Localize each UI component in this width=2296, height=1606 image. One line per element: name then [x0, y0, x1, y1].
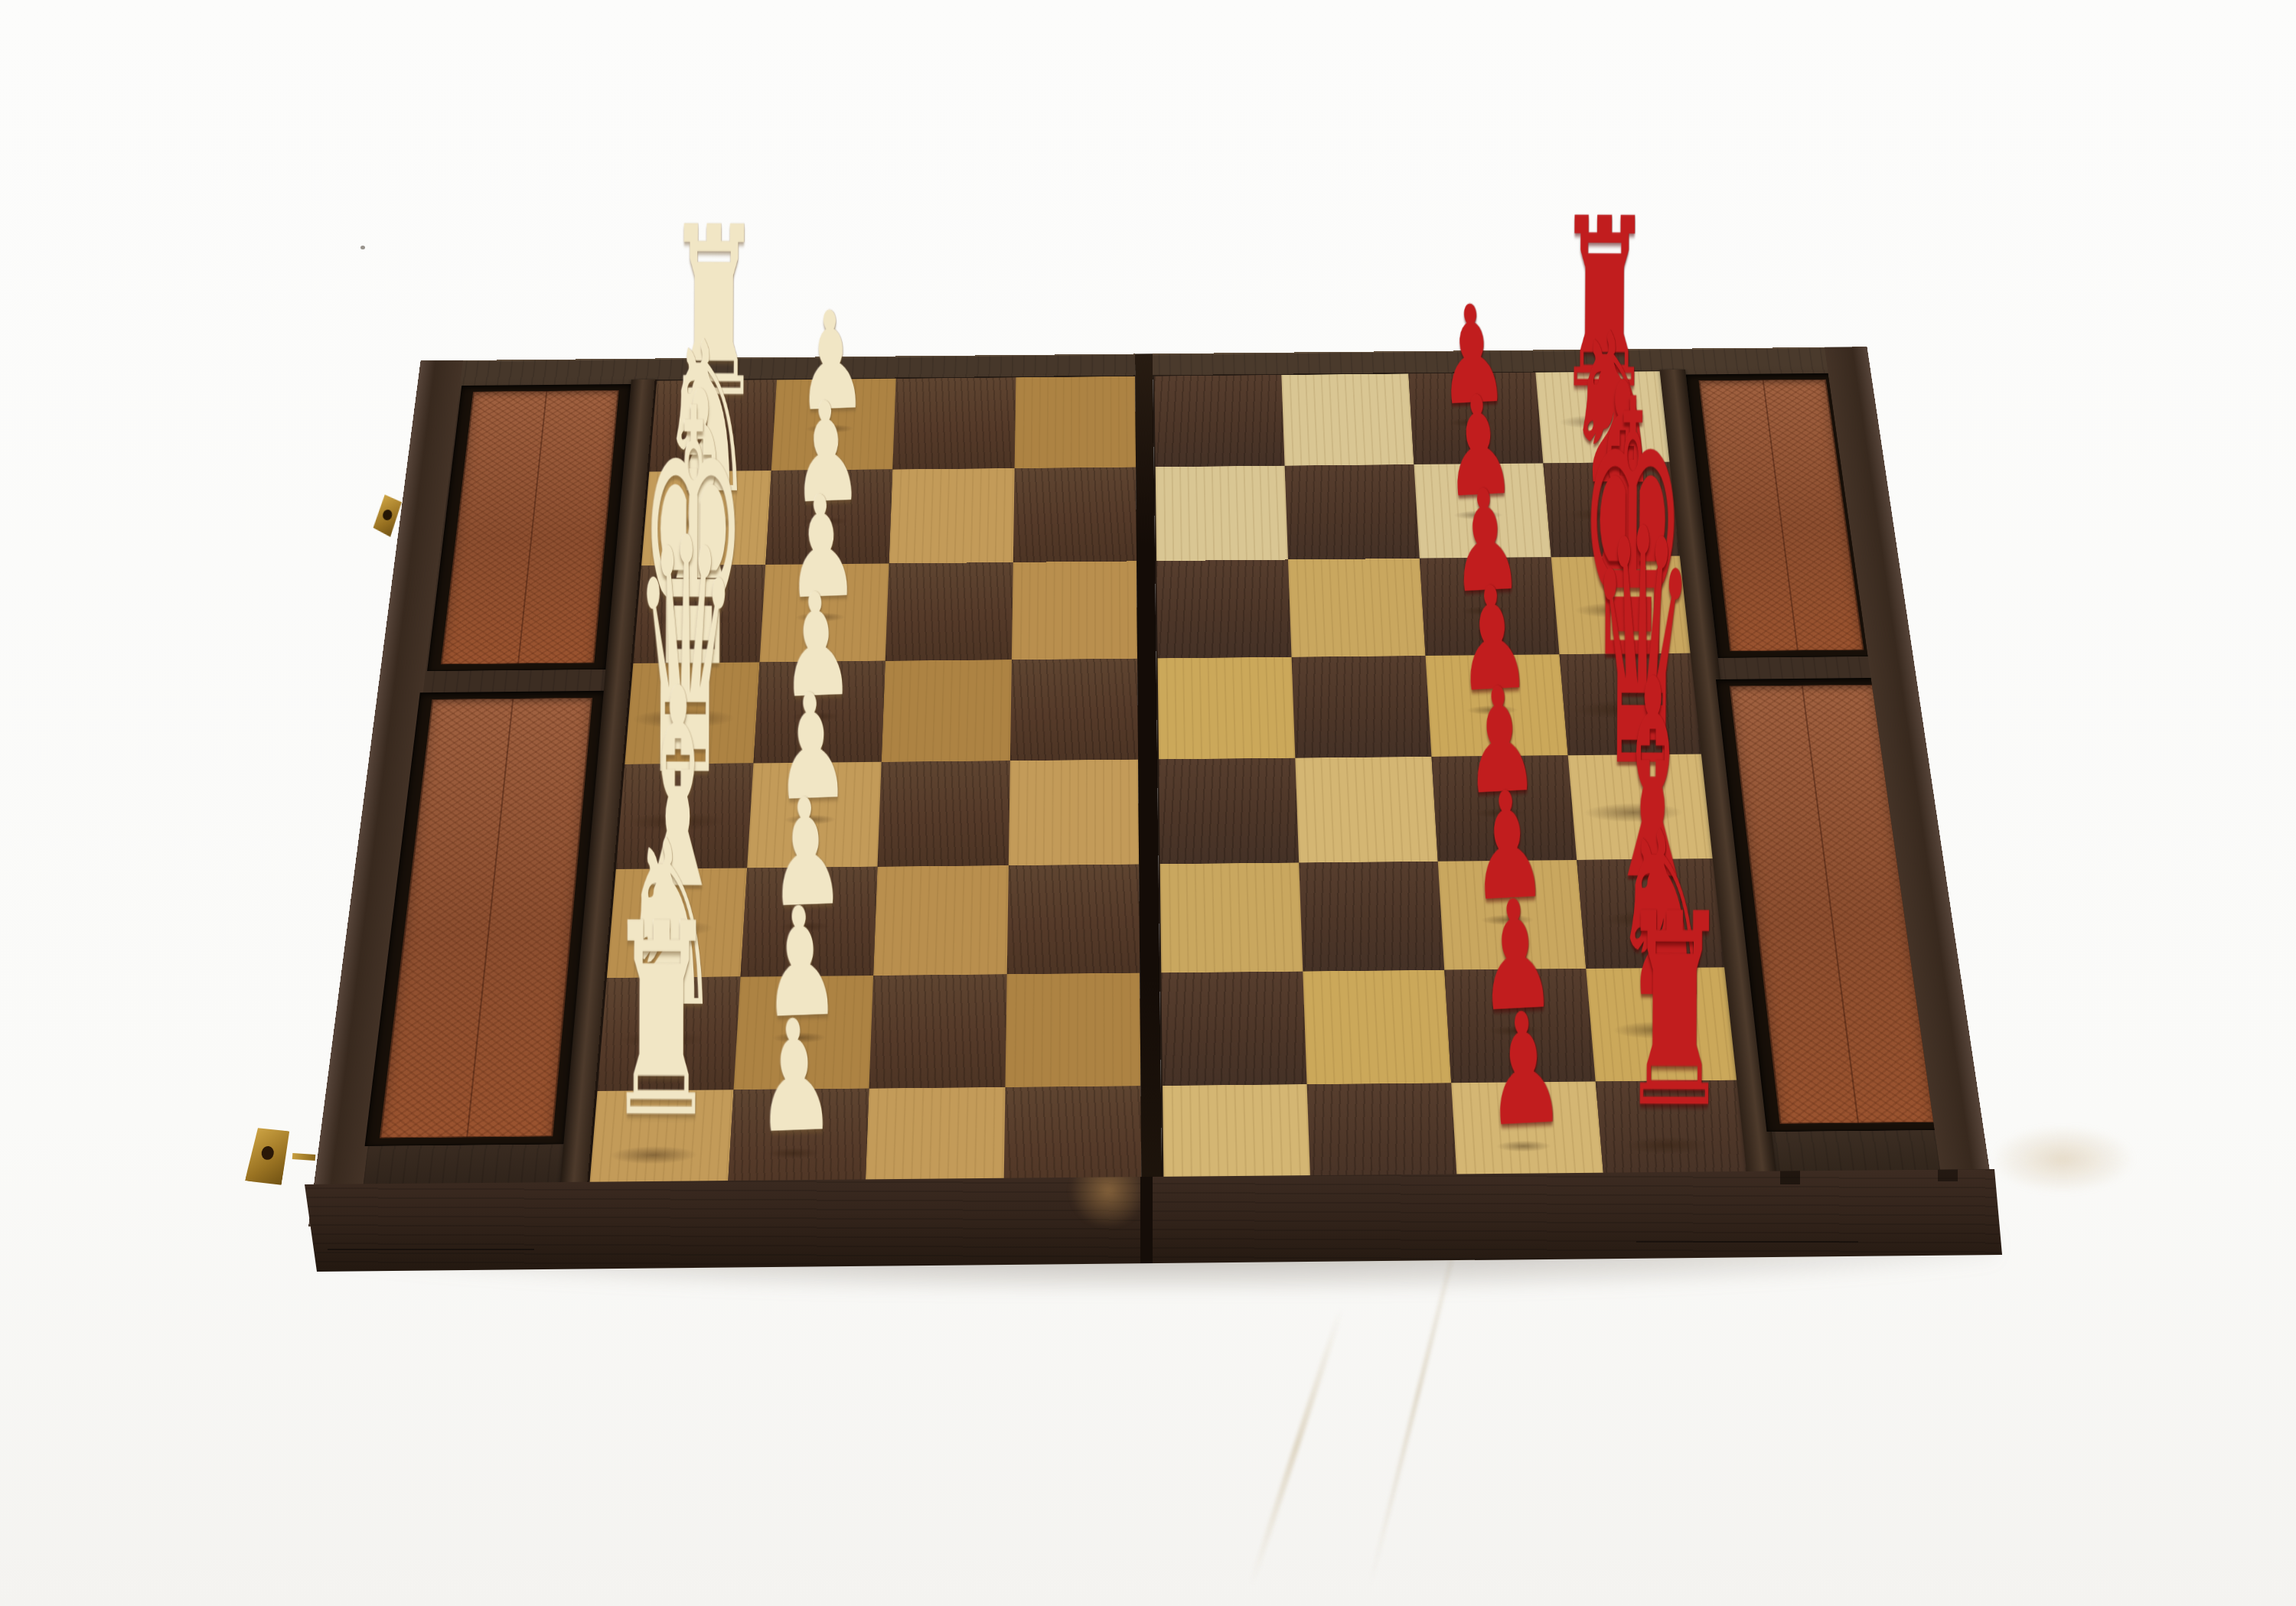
dovetail-seam [1636, 1241, 1858, 1243]
board-right-half: ♟♜♟♞♟♝♟♚♟♛♟♝♟♞♟♜ [1154, 371, 1753, 1203]
square-c6[interactable] [1299, 862, 1444, 972]
square-d3[interactable] [877, 761, 1009, 867]
square-f4[interactable] [1011, 561, 1137, 660]
square-b6[interactable] [1303, 970, 1451, 1084]
square-d5[interactable] [1159, 758, 1299, 865]
square-b5[interactable] [1161, 972, 1306, 1086]
square-h5[interactable] [1154, 375, 1284, 467]
dovetail-seam [328, 1249, 534, 1250]
white-pawn[interactable]: ♟ [753, 998, 837, 1155]
square-g4[interactable] [1013, 467, 1137, 562]
game-box-top: ♜♟♞♟♝♟♚♟♛♟♝♟♞♟♜♟ ♟♜♟♞♟♝♟♚♟♛♟♝♟♞♟♜ [308, 347, 1995, 1226]
square-g6[interactable] [1285, 464, 1420, 559]
square-h3[interactable] [892, 377, 1016, 469]
left-upper-tray [427, 384, 631, 671]
box-front-face [305, 1169, 2002, 1272]
box-left-leaf: ♜♟♞♟♝♟♚♟♛♟♝♟♞♟♜♟ [308, 353, 1142, 1226]
square-c5[interactable] [1160, 862, 1303, 972]
red-rook[interactable]: ♜ [1619, 879, 1730, 1145]
scene: ♜♟♞♟♝♟♚♟♛♟♝♟♞♟♜♟ ♟♜♟♞♟♝♟♚♟♛♟♝♟♞♟♜ [0, 0, 2296, 1606]
box-right-leaf: ♟♜♟♞♟♝♟♚♟♛♟♝♟♞♟♜ [1153, 347, 1995, 1218]
square-c4[interactable] [1006, 864, 1140, 974]
veneer-panel [380, 698, 592, 1139]
hinge-slit [1140, 1169, 1153, 1272]
square-d4[interactable] [1008, 760, 1139, 866]
square-f5[interactable] [1156, 559, 1291, 658]
board-left-half: ♜♟♞♟♝♟♚♟♛♟♝♟♞♟♜♟ [588, 376, 1142, 1209]
square-f6[interactable] [1288, 559, 1426, 657]
veneer-panel [441, 390, 619, 664]
square-f3[interactable] [885, 562, 1013, 661]
square-b3[interactable] [869, 974, 1006, 1088]
square-h6[interactable] [1281, 373, 1414, 465]
square-c3[interactable] [873, 865, 1008, 976]
square-h4[interactable] [1014, 376, 1136, 468]
photo-stage: ♜♟♞♟♝♟♚♟♛♟♝♟♞♟♜♟ ♟♜♟♞♟♝♟♚♟♛♟♝♟♞♟♜ [0, 0, 2296, 1606]
red-pawn[interactable]: ♟ [1481, 991, 1567, 1148]
square-e4[interactable] [1009, 659, 1138, 761]
square-g3[interactable] [889, 468, 1015, 563]
square-e5[interactable] [1158, 657, 1296, 760]
square-g5[interactable] [1156, 466, 1288, 561]
white-rook[interactable]: ♜ [606, 889, 716, 1155]
square-e6[interactable] [1292, 656, 1432, 758]
square-e3[interactable] [882, 660, 1012, 762]
square-b4[interactable] [1005, 973, 1140, 1087]
square-d6[interactable] [1295, 757, 1437, 863]
